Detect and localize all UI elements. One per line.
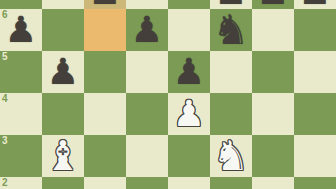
square-g6[interactable] xyxy=(252,9,294,51)
rank-label-4: 4 xyxy=(2,94,8,104)
square-c2[interactable] xyxy=(84,177,126,189)
square-a5[interactable]: 5 xyxy=(0,51,42,93)
square-h2[interactable] xyxy=(294,177,336,189)
chessboard-screenshot: ♟♟♟♟6♟♟♞5♟♟4♟3♝♞2 xyxy=(0,0,336,189)
square-b3[interactable]: ♝ xyxy=(42,135,84,177)
square-e6[interactable] xyxy=(168,9,210,51)
square-a2[interactable]: 2 xyxy=(0,177,42,189)
square-h3[interactable] xyxy=(294,135,336,177)
square-e4[interactable]: ♟ xyxy=(168,93,210,135)
square-b4[interactable] xyxy=(42,93,84,135)
square-d6[interactable]: ♟ xyxy=(126,9,168,51)
square-g4[interactable] xyxy=(252,93,294,135)
black-pawn-clipped[interactable]: ♟ xyxy=(84,0,126,9)
square-e7[interactable] xyxy=(168,0,210,9)
square-f6[interactable]: ♞ xyxy=(210,9,252,51)
square-f4[interactable] xyxy=(210,93,252,135)
square-g5[interactable] xyxy=(252,51,294,93)
square-g2[interactable] xyxy=(252,177,294,189)
square-c3[interactable] xyxy=(84,135,126,177)
square-c4[interactable] xyxy=(84,93,126,135)
chess-board: ♟♟♟♟6♟♟♞5♟♟4♟3♝♞2 xyxy=(0,0,336,189)
square-f5[interactable] xyxy=(210,51,252,93)
white-knight[interactable]: ♞ xyxy=(213,136,250,177)
square-c5[interactable] xyxy=(84,51,126,93)
square-b6[interactable] xyxy=(42,9,84,51)
square-b5[interactable]: ♟ xyxy=(42,51,84,93)
square-c7[interactable]: ♟ xyxy=(84,0,126,9)
rank-label-2: 2 xyxy=(2,178,8,188)
black-pawn[interactable]: ♟ xyxy=(5,12,37,48)
square-a7[interactable] xyxy=(0,0,42,9)
black-pawn-clipped[interactable]: ♟ xyxy=(210,0,252,9)
square-h6[interactable] xyxy=(294,9,336,51)
square-d5[interactable] xyxy=(126,51,168,93)
square-d7[interactable] xyxy=(126,0,168,9)
rank-label-5: 5 xyxy=(2,52,8,62)
square-c6[interactable] xyxy=(84,9,126,51)
square-h7[interactable]: ♟ xyxy=(294,0,336,9)
black-pawn-clipped[interactable]: ♟ xyxy=(294,0,336,9)
square-g3[interactable] xyxy=(252,135,294,177)
square-d4[interactable] xyxy=(126,93,168,135)
square-a4[interactable]: 4 xyxy=(0,93,42,135)
white-pawn[interactable]: ♟ xyxy=(173,96,205,132)
square-h5[interactable] xyxy=(294,51,336,93)
square-d3[interactable] xyxy=(126,135,168,177)
square-e3[interactable] xyxy=(168,135,210,177)
black-knight[interactable]: ♞ xyxy=(213,10,250,51)
square-a6[interactable]: 6♟ xyxy=(0,9,42,51)
square-e2[interactable] xyxy=(168,177,210,189)
black-pawn[interactable]: ♟ xyxy=(173,54,205,90)
white-bishop[interactable]: ♝ xyxy=(45,136,82,177)
black-pawn-clipped[interactable]: ♟ xyxy=(252,0,294,9)
black-pawn[interactable]: ♟ xyxy=(131,12,163,48)
black-pawn[interactable]: ♟ xyxy=(47,54,79,90)
square-f7[interactable]: ♟ xyxy=(210,0,252,9)
square-a3[interactable]: 3 xyxy=(0,135,42,177)
square-f3[interactable]: ♞ xyxy=(210,135,252,177)
square-g7[interactable]: ♟ xyxy=(252,0,294,9)
rank-label-3: 3 xyxy=(2,136,8,146)
square-d2[interactable] xyxy=(126,177,168,189)
square-f2[interactable] xyxy=(210,177,252,189)
square-e5[interactable]: ♟ xyxy=(168,51,210,93)
square-h4[interactable] xyxy=(294,93,336,135)
square-b2[interactable] xyxy=(42,177,84,189)
square-b7[interactable] xyxy=(42,0,84,9)
